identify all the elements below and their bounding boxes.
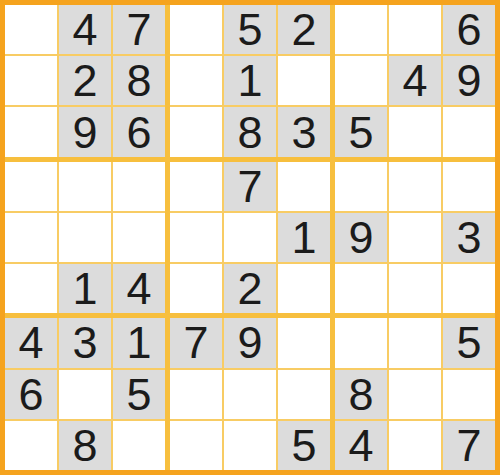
given-digit: 1: [126, 320, 151, 365]
cell-r9c7: 4: [335, 421, 387, 470]
cell-r4c3[interactable]: [113, 162, 165, 211]
cell-r6c9[interactable]: [443, 264, 495, 313]
given-digit: 7: [126, 7, 151, 52]
given-digit: 7: [183, 320, 208, 365]
cell-r6c5: 2: [224, 264, 276, 313]
cell-r7c5: 9: [224, 318, 276, 367]
cell-r9c3[interactable]: [113, 421, 165, 470]
cell-r6c1[interactable]: [5, 264, 57, 313]
given-digit: 2: [237, 266, 262, 311]
cell-r8c7: 8: [335, 370, 387, 419]
cell-r4c2[interactable]: [59, 162, 111, 211]
cell-r5c3[interactable]: [113, 213, 165, 262]
cell-r8c3: 5: [113, 370, 165, 419]
given-digit: 4: [348, 423, 373, 468]
cell-r7c4: 7: [170, 318, 222, 367]
box-3-1: 431658: [5, 318, 165, 470]
cell-r5c5[interactable]: [224, 213, 276, 262]
cell-r4c4[interactable]: [170, 162, 222, 211]
cell-r4c6[interactable]: [278, 162, 330, 211]
cell-r1c4[interactable]: [170, 5, 222, 54]
cell-r3c1[interactable]: [5, 107, 57, 156]
cell-r7c1: 4: [5, 318, 57, 367]
given-digit: 8: [72, 423, 97, 468]
cell-r5c8[interactable]: [389, 213, 441, 262]
box-2-1: 14: [5, 162, 165, 314]
cell-r2c3: 8: [113, 56, 165, 105]
given-digit: 5: [291, 423, 316, 468]
cell-r1c9: 6: [443, 5, 495, 54]
given-digit: 3: [72, 320, 97, 365]
cell-r8c4[interactable]: [170, 370, 222, 419]
cell-r7c9: 5: [443, 318, 495, 367]
cell-r2c6[interactable]: [278, 56, 330, 105]
cell-r2c7[interactable]: [335, 56, 387, 105]
given-digit: 9: [348, 215, 373, 260]
given-digit: 5: [348, 110, 373, 155]
given-digit: 4: [18, 320, 43, 365]
cell-r1c5: 5: [224, 5, 276, 54]
cell-r8c6[interactable]: [278, 370, 330, 419]
cell-r5c2[interactable]: [59, 213, 111, 262]
cell-r5c1[interactable]: [5, 213, 57, 262]
given-digit: 4: [402, 58, 427, 103]
given-digit: 1: [291, 215, 316, 260]
given-digit: 6: [126, 110, 151, 155]
given-digit: 3: [456, 215, 481, 260]
cell-r9c4[interactable]: [170, 421, 222, 470]
given-digit: 5: [237, 7, 262, 52]
cell-r9c9: 7: [443, 421, 495, 470]
cell-r1c6: 2: [278, 5, 330, 54]
given-digit: 4: [72, 7, 97, 52]
given-digit: 5: [456, 320, 481, 365]
cell-r7c8[interactable]: [389, 318, 441, 367]
given-digit: 7: [237, 164, 262, 209]
cell-r1c3: 7: [113, 5, 165, 54]
cell-r2c4[interactable]: [170, 56, 222, 105]
cell-r2c1[interactable]: [5, 56, 57, 105]
cell-r4c1[interactable]: [5, 162, 57, 211]
cell-r1c2: 4: [59, 5, 111, 54]
cell-r6c4[interactable]: [170, 264, 222, 313]
given-digit: 7: [456, 423, 481, 468]
sudoku-board-frame: 47289652183649514712934316587955847: [0, 0, 500, 475]
cell-r8c9[interactable]: [443, 370, 495, 419]
cell-r4c5: 7: [224, 162, 276, 211]
box-1-3: 6495: [335, 5, 495, 157]
given-digit: 2: [291, 7, 316, 52]
cell-r1c8[interactable]: [389, 5, 441, 54]
box-2-3: 93: [335, 162, 495, 314]
cell-r5c9: 3: [443, 213, 495, 262]
cell-r8c2[interactable]: [59, 370, 111, 419]
box-1-2: 52183: [170, 5, 330, 157]
given-digit: 3: [291, 110, 316, 155]
cell-r3c6: 3: [278, 107, 330, 156]
given-digit: 9: [237, 320, 262, 365]
cell-r5c6: 1: [278, 213, 330, 262]
cell-r9c8[interactable]: [389, 421, 441, 470]
given-digit: 9: [72, 110, 97, 155]
given-digit: 6: [456, 7, 481, 52]
cell-r3c2: 9: [59, 107, 111, 156]
given-digit: 8: [348, 372, 373, 417]
cell-r6c6[interactable]: [278, 264, 330, 313]
cell-r2c8: 4: [389, 56, 441, 105]
cell-r8c1: 6: [5, 370, 57, 419]
given-digit: 6: [18, 372, 43, 417]
cell-r4c7[interactable]: [335, 162, 387, 211]
cell-r6c2: 1: [59, 264, 111, 313]
cell-r8c5[interactable]: [224, 370, 276, 419]
cell-r5c7: 9: [335, 213, 387, 262]
given-digit: 1: [72, 266, 97, 311]
cell-r3c9[interactable]: [443, 107, 495, 156]
cell-r3c5: 8: [224, 107, 276, 156]
cell-r9c1[interactable]: [5, 421, 57, 470]
cell-r7c7[interactable]: [335, 318, 387, 367]
cell-r7c2: 3: [59, 318, 111, 367]
given-digit: 4: [126, 266, 151, 311]
given-digit: 5: [126, 372, 151, 417]
box-1-1: 472896: [5, 5, 165, 157]
cell-r2c5: 1: [224, 56, 276, 105]
cell-r7c6[interactable]: [278, 318, 330, 367]
cell-r6c7[interactable]: [335, 264, 387, 313]
given-digit: 8: [126, 58, 151, 103]
sudoku-board: 47289652183649514712934316587955847: [5, 5, 495, 470]
given-digit: 2: [72, 58, 97, 103]
cell-r9c2: 8: [59, 421, 111, 470]
cell-r6c8[interactable]: [389, 264, 441, 313]
given-digit: 9: [456, 58, 481, 103]
cell-r9c5[interactable]: [224, 421, 276, 470]
cell-r3c7: 5: [335, 107, 387, 156]
cell-r3c8[interactable]: [389, 107, 441, 156]
cell-r5c4[interactable]: [170, 213, 222, 262]
cell-r3c3: 6: [113, 107, 165, 156]
box-3-2: 795: [170, 318, 330, 470]
cell-r4c8[interactable]: [389, 162, 441, 211]
cell-r1c1[interactable]: [5, 5, 57, 54]
cell-r2c2: 2: [59, 56, 111, 105]
cell-r4c9[interactable]: [443, 162, 495, 211]
cell-r9c6: 5: [278, 421, 330, 470]
cell-r2c9: 9: [443, 56, 495, 105]
cell-r8c8[interactable]: [389, 370, 441, 419]
given-digit: 1: [237, 58, 262, 103]
given-digit: 8: [237, 110, 262, 155]
cell-r3c4[interactable]: [170, 107, 222, 156]
box-3-3: 5847: [335, 318, 495, 470]
cell-r7c3: 1: [113, 318, 165, 367]
cell-r1c7[interactable]: [335, 5, 387, 54]
cell-r6c3: 4: [113, 264, 165, 313]
box-2-2: 712: [170, 162, 330, 314]
